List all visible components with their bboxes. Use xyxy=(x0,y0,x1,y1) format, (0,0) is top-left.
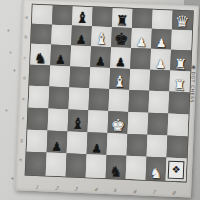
white-bishop-e5[interactable]: ♝ xyxy=(113,74,127,90)
file-coordinates-bottom: 12345678 xyxy=(27,182,183,198)
square-d7[interactable]: ♝ xyxy=(91,26,112,47)
square-f2[interactable] xyxy=(127,134,148,157)
board-frame: ♝♜♛♟♝♚♟♟♞♟♟♟♟♜♝♜♝♚♟♟♞♞❖ abcdefgh 1234567… xyxy=(15,0,199,198)
square-f4[interactable] xyxy=(128,90,149,113)
square-e3[interactable]: ♚ xyxy=(108,111,129,134)
black-rook-e8[interactable]: ♜ xyxy=(116,13,129,28)
square-c6[interactable] xyxy=(70,45,91,67)
coord-label: d xyxy=(22,76,26,81)
table-speckles xyxy=(0,0,1,1)
square-h8[interactable]: ♛ xyxy=(172,11,193,31)
square-d3[interactable] xyxy=(88,110,109,133)
square-h1[interactable]: ❖ xyxy=(166,158,187,182)
square-f8[interactable] xyxy=(132,9,153,29)
coord-label: c xyxy=(23,55,26,60)
coord-label: 2 xyxy=(54,185,59,190)
white-pawn-f7[interactable]: ♟ xyxy=(136,36,147,48)
square-h3[interactable] xyxy=(167,114,188,137)
dgt-logo-icon: ❖ xyxy=(168,160,185,179)
square-c3[interactable]: ♝ xyxy=(68,109,89,132)
coord-label: 3 xyxy=(74,186,79,191)
coord-label: 5 xyxy=(113,187,118,192)
square-b8[interactable] xyxy=(52,6,73,26)
coord-label: a xyxy=(25,14,29,19)
square-h6[interactable]: ♜ xyxy=(170,50,191,72)
square-c1[interactable] xyxy=(66,153,87,177)
square-b4[interactable] xyxy=(49,87,70,110)
square-g8[interactable] xyxy=(152,10,173,30)
square-c5[interactable] xyxy=(69,66,90,88)
black-pawn-c7[interactable]: ♟ xyxy=(76,34,87,46)
square-h7[interactable] xyxy=(171,30,192,51)
black-pawn-d2[interactable]: ♟ xyxy=(91,142,102,154)
square-a5[interactable] xyxy=(29,65,50,87)
square-c8[interactable]: ♝ xyxy=(72,6,93,26)
white-queen-h8[interactable]: ♛ xyxy=(175,14,190,31)
black-bishop-c8[interactable]: ♝ xyxy=(75,11,89,27)
white-bishop-d7[interactable]: ♝ xyxy=(94,31,108,47)
square-b2[interactable]: ♟ xyxy=(47,131,68,154)
square-f7[interactable]: ♟ xyxy=(131,28,152,49)
square-g7[interactable]: ♟ xyxy=(151,29,172,50)
black-pawn-b6[interactable]: ♟ xyxy=(55,54,66,66)
square-e5[interactable]: ♝ xyxy=(109,68,130,90)
black-bishop-c3[interactable]: ♝ xyxy=(71,117,85,133)
square-b1[interactable] xyxy=(46,153,67,177)
square-a7[interactable] xyxy=(31,24,52,45)
square-d6[interactable]: ♟ xyxy=(90,46,111,68)
square-h2[interactable] xyxy=(167,136,188,159)
white-pawn-g6[interactable]: ♟ xyxy=(155,58,166,70)
square-d8[interactable] xyxy=(92,7,113,27)
white-rook-h6[interactable]: ♜ xyxy=(174,57,187,72)
coord-label: 7 xyxy=(152,189,157,194)
square-e7[interactable]: ♚ xyxy=(111,27,132,48)
coord-label: 6 xyxy=(132,188,137,193)
square-a8[interactable] xyxy=(32,5,53,25)
dgt-brand-text: ◉ DGT CHESS xyxy=(189,63,197,102)
square-b6[interactable]: ♟ xyxy=(50,45,71,67)
white-rook-h5[interactable]: ♜ xyxy=(173,78,186,93)
coord-label: 8 xyxy=(171,190,176,195)
square-b7[interactable] xyxy=(51,25,72,46)
coord-label: 1 xyxy=(35,184,40,189)
white-knight-g1[interactable]: ♞ xyxy=(149,166,162,181)
square-e1[interactable]: ♞ xyxy=(106,155,127,179)
black-pawn-d6[interactable]: ♟ xyxy=(95,55,106,67)
dgt-brand-label: DGT CHESS xyxy=(189,71,195,103)
square-e4[interactable] xyxy=(108,89,129,112)
square-e8[interactable]: ♜ xyxy=(112,8,133,28)
photo-stage: ♝♜♛♟♝♚♟♟♞♟♟♟♟♜♝♜♝♚♟♟♞♞❖ abcdefgh 1234567… xyxy=(0,0,200,200)
black-pawn-b2[interactable]: ♟ xyxy=(51,141,62,153)
white-pawn-g7[interactable]: ♟ xyxy=(156,37,167,49)
square-c2[interactable] xyxy=(67,131,88,154)
black-knight-a6[interactable]: ♞ xyxy=(34,51,47,66)
square-g2[interactable] xyxy=(147,135,168,158)
square-a3[interactable] xyxy=(28,108,49,131)
square-d1[interactable] xyxy=(86,154,107,178)
square-g6[interactable]: ♟ xyxy=(150,49,171,71)
square-h5[interactable]: ♜ xyxy=(169,71,190,93)
square-f5[interactable] xyxy=(129,69,150,91)
square-g5[interactable] xyxy=(149,70,170,92)
square-b5[interactable] xyxy=(49,66,70,88)
square-b3[interactable] xyxy=(48,109,69,132)
square-d2[interactable]: ♟ xyxy=(87,132,108,155)
black-knight-e1[interactable]: ♞ xyxy=(109,164,122,179)
square-a6[interactable]: ♞ xyxy=(30,44,51,66)
coord-label: h xyxy=(19,157,23,162)
square-e2[interactable] xyxy=(107,133,128,156)
chess-board[interactable]: ♝♜♛♟♝♚♟♟♞♟♟♟♟♜♝♜♝♚♟♟♞♞❖ xyxy=(25,4,194,183)
coord-label: f xyxy=(21,117,23,122)
square-f3[interactable] xyxy=(128,112,149,135)
square-a2[interactable] xyxy=(27,130,48,153)
square-g1[interactable]: ♞ xyxy=(146,157,167,181)
square-f1[interactable] xyxy=(126,156,147,180)
square-d5[interactable] xyxy=(89,67,110,89)
square-c4[interactable] xyxy=(68,87,89,110)
square-f6[interactable] xyxy=(130,48,151,70)
square-d4[interactable] xyxy=(88,88,109,111)
black-king-e7[interactable]: ♚ xyxy=(114,31,129,48)
square-e6[interactable]: ♟ xyxy=(110,47,131,69)
dgt-brand-logo-icon: ◉ xyxy=(190,63,196,70)
square-a4[interactable] xyxy=(29,86,50,109)
square-a1[interactable] xyxy=(26,152,47,176)
square-g4[interactable] xyxy=(148,91,169,114)
white-king-e3[interactable]: ♚ xyxy=(110,117,125,134)
coord-label: 4 xyxy=(93,186,98,191)
black-pawn-e6[interactable]: ♟ xyxy=(115,56,126,68)
coord-label: e xyxy=(22,96,26,101)
square-h4[interactable] xyxy=(168,92,189,115)
square-c7[interactable]: ♟ xyxy=(71,25,92,46)
coord-label: b xyxy=(24,35,28,40)
coord-label: g xyxy=(20,137,24,142)
square-g3[interactable] xyxy=(147,113,168,136)
